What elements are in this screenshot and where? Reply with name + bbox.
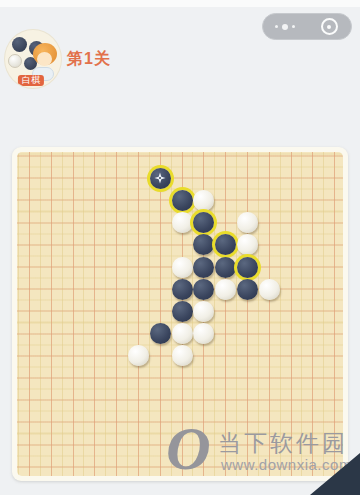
white-stone — [172, 323, 193, 344]
more-dots-icon — [275, 25, 278, 28]
black-stone-highlighted — [193, 212, 214, 233]
more-button[interactable] — [263, 14, 307, 39]
white-stone — [193, 323, 214, 344]
black-stone — [150, 323, 171, 344]
status-strip — [0, 0, 360, 7]
more-dots-icon — [282, 24, 288, 30]
white-stone — [215, 279, 236, 300]
white-stone-icon — [8, 54, 22, 68]
black-stone — [193, 234, 214, 255]
white-stone — [237, 234, 258, 255]
black-stone-highlighted — [237, 257, 258, 278]
white-stone — [193, 301, 214, 322]
corner-fold-decoration — [310, 453, 360, 495]
app-screen: 白棋 第1关 O 当下软件园 www.downxia.com — [0, 0, 360, 495]
black-stone — [193, 279, 214, 300]
player-avatar: 白棋 — [4, 29, 62, 89]
black-stone-icon — [12, 37, 27, 52]
black-stone-highlighted — [215, 234, 236, 255]
white-stone — [237, 212, 258, 233]
white-stone — [172, 212, 193, 233]
black-stone — [237, 279, 258, 300]
black-stone — [215, 257, 236, 278]
white-stone — [172, 257, 193, 278]
cartoon-character-face — [37, 52, 52, 66]
black-stone-highlighted — [150, 168, 171, 189]
level-label: 第1关 — [67, 49, 111, 70]
more-dots-icon — [292, 25, 295, 28]
white-stone — [172, 345, 193, 366]
wechat-capsule — [262, 13, 352, 40]
player-side-badge: 白棋 — [18, 75, 44, 86]
white-stone — [128, 345, 149, 366]
black-stone — [172, 301, 193, 322]
black-stone — [172, 279, 193, 300]
black-stone-highlighted — [172, 190, 193, 211]
white-stone — [193, 190, 214, 211]
watermark-logo: O — [166, 420, 211, 476]
white-stone — [259, 279, 280, 300]
circle-dot-icon — [321, 18, 338, 35]
black-stone — [193, 257, 214, 278]
star-marker-icon — [153, 171, 167, 185]
close-home-button[interactable] — [307, 14, 351, 39]
